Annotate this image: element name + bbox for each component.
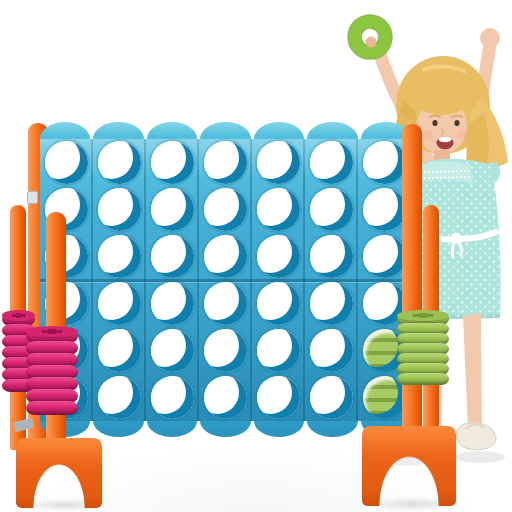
edge-scallop bbox=[254, 421, 304, 437]
board-cell-r1c1 bbox=[40, 139, 93, 186]
board-hole-empty bbox=[151, 141, 194, 184]
board-hole-empty bbox=[363, 188, 406, 231]
edge-scallop bbox=[307, 122, 357, 139]
board-hole-empty bbox=[310, 329, 353, 372]
board-hole-empty bbox=[257, 282, 300, 325]
board-hole-empty bbox=[204, 188, 247, 231]
board-cell-r4c6 bbox=[305, 280, 358, 327]
board-cell-r2c5 bbox=[252, 186, 305, 233]
board-cell-r1c6 bbox=[305, 139, 358, 186]
board-hole-empty bbox=[310, 141, 353, 184]
board-cell-r6c2 bbox=[93, 374, 146, 421]
board-cell-r5c4 bbox=[199, 327, 252, 374]
board-hole-empty bbox=[257, 235, 300, 278]
board-hole-empty bbox=[98, 329, 141, 372]
pink-ring bbox=[26, 401, 78, 415]
left-base-leg bbox=[16, 438, 102, 508]
ring-stack-top bbox=[2, 310, 35, 321]
child-bangs bbox=[414, 81, 470, 115]
board-hole-empty bbox=[363, 235, 406, 278]
latch-pin bbox=[27, 191, 38, 204]
right-frame-post bbox=[402, 124, 422, 436]
board-bottom-edge bbox=[40, 421, 411, 437]
board-hole-empty bbox=[363, 141, 406, 184]
board-cell-r1c4 bbox=[199, 139, 252, 186]
board-hole-empty bbox=[45, 141, 88, 184]
child-shoe-right bbox=[456, 423, 496, 450]
edge-scallop bbox=[40, 122, 90, 139]
board-hole-empty bbox=[204, 235, 247, 278]
board-cell-r1c2 bbox=[93, 139, 146, 186]
ring-stack-top bbox=[397, 310, 449, 321]
board-cell-r1c3 bbox=[146, 139, 199, 186]
board-hole-empty bbox=[257, 376, 300, 419]
board-cell-r3c6 bbox=[305, 233, 358, 280]
board-cell-r5c2 bbox=[93, 327, 146, 374]
board-hole-empty bbox=[204, 282, 247, 325]
green-ring bbox=[397, 373, 449, 385]
board-cell-r5c5 bbox=[252, 327, 305, 374]
board-cell-r6c5 bbox=[252, 374, 305, 421]
child-fist bbox=[480, 28, 500, 48]
board-hole-empty bbox=[310, 235, 353, 278]
board-cell-r3c5 bbox=[252, 233, 305, 280]
board-cell-r3c3 bbox=[146, 233, 199, 280]
connect-four-board bbox=[40, 122, 411, 437]
board-cell-r3c2 bbox=[93, 233, 146, 280]
right-base-leg bbox=[362, 426, 456, 506]
board-hole-empty bbox=[98, 282, 141, 325]
edge-scallop bbox=[93, 122, 143, 139]
edge-scallop bbox=[307, 421, 357, 437]
green-ring-stack bbox=[397, 310, 449, 385]
child-hand bbox=[366, 37, 377, 48]
board-hole-empty bbox=[98, 188, 141, 231]
edge-scallop bbox=[254, 122, 304, 139]
pink-ring-stack-front bbox=[26, 326, 78, 415]
board-top-edge bbox=[40, 122, 411, 139]
board-cell-r2c6 bbox=[305, 186, 358, 233]
board-hole-empty bbox=[204, 329, 247, 372]
board-hole-empty bbox=[257, 141, 300, 184]
board-hole-empty bbox=[98, 376, 141, 419]
board-cell-r6c6 bbox=[305, 374, 358, 421]
edge-scallop bbox=[93, 421, 143, 437]
board-hole-empty bbox=[98, 141, 141, 184]
board-cell-r6c3 bbox=[146, 374, 199, 421]
child-leg bbox=[463, 313, 482, 429]
board-hole-empty bbox=[310, 376, 353, 419]
board-cell-r1c5 bbox=[252, 139, 305, 186]
board-hole-empty bbox=[151, 376, 194, 419]
board-hole-empty bbox=[151, 282, 194, 325]
product-photo-stage: Giant 4-in-a-Row (Connect Four) bbox=[0, 0, 512, 512]
board-cell-r2c2 bbox=[93, 186, 146, 233]
board-cell-r4c5 bbox=[252, 280, 305, 327]
edge-scallop bbox=[200, 122, 250, 139]
board-grid bbox=[40, 139, 411, 421]
board-hole-empty bbox=[257, 329, 300, 372]
board-cell-r5c6 bbox=[305, 327, 358, 374]
board-cell-r2c4 bbox=[199, 186, 252, 233]
board-hole-empty bbox=[204, 141, 247, 184]
board-cell-r5c3 bbox=[146, 327, 199, 374]
edge-scallop bbox=[200, 421, 250, 437]
edge-scallop bbox=[147, 122, 197, 139]
board-cell-r4c4 bbox=[199, 280, 252, 327]
edge-scallop bbox=[147, 421, 197, 437]
ring-stack-top bbox=[26, 326, 78, 337]
board-hole-empty bbox=[151, 235, 194, 278]
board-cell-r2c3 bbox=[146, 186, 199, 233]
child-eye bbox=[454, 120, 459, 126]
board-hole-empty bbox=[151, 188, 194, 231]
board-cell-r3c4 bbox=[199, 233, 252, 280]
board-hole-empty bbox=[310, 188, 353, 231]
foot-shadow bbox=[455, 451, 505, 463]
board-hole-empty bbox=[151, 329, 194, 372]
board-hole-empty bbox=[257, 188, 300, 231]
board-cell-r4c2 bbox=[93, 280, 146, 327]
board-hole-empty bbox=[98, 235, 141, 278]
child-eye bbox=[432, 120, 437, 126]
board-cell-r4c3 bbox=[146, 280, 199, 327]
board-hole-empty bbox=[204, 376, 247, 419]
board-hole-empty bbox=[310, 282, 353, 325]
board-cell-r6c4 bbox=[199, 374, 252, 421]
